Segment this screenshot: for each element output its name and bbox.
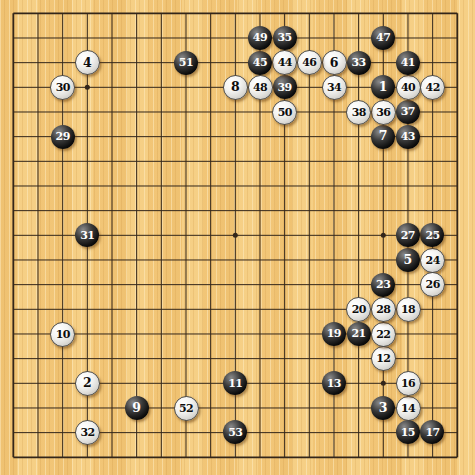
stone-black-51: 51 bbox=[174, 51, 198, 75]
stone-white-34: 34 bbox=[322, 75, 347, 100]
move-number: 14 bbox=[401, 402, 415, 413]
stone-black-49: 49 bbox=[248, 26, 272, 50]
stone-white-32: 32 bbox=[75, 420, 100, 445]
stone-black-19: 19 bbox=[322, 322, 346, 346]
move-number: 3 bbox=[379, 401, 388, 414]
move-number: 46 bbox=[302, 57, 316, 68]
stone-white-12: 12 bbox=[371, 346, 396, 371]
stone-white-38: 38 bbox=[346, 100, 371, 125]
move-number: 39 bbox=[277, 81, 291, 92]
move-number: 31 bbox=[80, 229, 94, 240]
stone-black-21: 21 bbox=[347, 322, 371, 346]
stone-white-22: 22 bbox=[371, 322, 396, 347]
move-number: 24 bbox=[426, 254, 440, 265]
stone-white-40: 40 bbox=[396, 75, 421, 100]
stone-black-45: 45 bbox=[248, 51, 272, 75]
stone-white-42: 42 bbox=[420, 75, 445, 100]
move-number: 28 bbox=[376, 303, 390, 314]
move-number: 2 bbox=[83, 377, 92, 390]
move-number: 22 bbox=[376, 328, 390, 339]
move-number: 1 bbox=[379, 81, 388, 94]
move-number: 16 bbox=[401, 377, 415, 388]
stone-black-15: 15 bbox=[396, 420, 420, 444]
stone-white-50: 50 bbox=[272, 100, 297, 125]
move-number: 11 bbox=[228, 377, 242, 388]
stone-black-3: 3 bbox=[371, 396, 395, 420]
stone-black-29: 29 bbox=[51, 125, 75, 149]
move-number: 20 bbox=[352, 303, 366, 314]
stone-white-46: 46 bbox=[297, 50, 322, 75]
stone-black-39: 39 bbox=[273, 75, 297, 99]
stone-black-31: 31 bbox=[75, 223, 99, 247]
move-number: 37 bbox=[401, 106, 415, 117]
stone-black-1: 1 bbox=[371, 75, 395, 99]
move-number: 35 bbox=[277, 32, 291, 43]
go-board[interactable]: 1234567891011121314151617181920212223242… bbox=[0, 0, 475, 475]
move-number: 49 bbox=[253, 32, 267, 43]
stone-black-41: 41 bbox=[396, 51, 420, 75]
move-number: 44 bbox=[278, 57, 292, 68]
stone-black-37: 37 bbox=[396, 100, 420, 124]
stone-white-16: 16 bbox=[396, 371, 421, 396]
stone-white-10: 10 bbox=[50, 322, 75, 347]
move-number: 30 bbox=[56, 81, 70, 92]
move-number: 38 bbox=[352, 106, 366, 117]
stone-black-9: 9 bbox=[125, 396, 149, 420]
move-number: 36 bbox=[376, 106, 390, 117]
stone-black-11: 11 bbox=[223, 371, 247, 395]
stone-black-47: 47 bbox=[371, 26, 395, 50]
stone-black-17: 17 bbox=[420, 420, 444, 444]
move-number: 13 bbox=[327, 377, 341, 388]
stone-black-13: 13 bbox=[322, 371, 346, 395]
move-number: 15 bbox=[401, 426, 415, 437]
move-number: 52 bbox=[179, 402, 193, 413]
move-number: 7 bbox=[379, 130, 388, 143]
move-number: 8 bbox=[231, 81, 240, 94]
move-number: 9 bbox=[132, 401, 141, 414]
move-number: 21 bbox=[351, 328, 365, 339]
move-number: 27 bbox=[401, 229, 415, 240]
stone-white-14: 14 bbox=[396, 396, 421, 421]
move-number: 26 bbox=[426, 279, 440, 290]
stone-black-27: 27 bbox=[396, 223, 420, 247]
move-number: 17 bbox=[425, 426, 439, 437]
move-number: 23 bbox=[376, 279, 390, 290]
stone-black-53: 53 bbox=[223, 420, 247, 444]
stone-black-35: 35 bbox=[273, 26, 297, 50]
stone-white-2: 2 bbox=[75, 371, 100, 396]
stone-white-30: 30 bbox=[50, 75, 75, 100]
move-number: 34 bbox=[327, 81, 341, 92]
move-number: 19 bbox=[327, 328, 341, 339]
move-number: 33 bbox=[351, 57, 365, 68]
stone-black-23: 23 bbox=[371, 273, 395, 297]
stone-white-48: 48 bbox=[248, 75, 273, 100]
stone-black-43: 43 bbox=[396, 125, 420, 149]
move-number: 45 bbox=[253, 57, 267, 68]
stone-white-36: 36 bbox=[371, 100, 396, 125]
move-number: 53 bbox=[228, 426, 242, 437]
stone-white-20: 20 bbox=[346, 297, 371, 322]
move-number: 42 bbox=[426, 81, 440, 92]
stone-white-44: 44 bbox=[272, 50, 297, 75]
stone-layer: 1234567891011121314151617181920212223242… bbox=[1, 1, 470, 470]
stone-white-24: 24 bbox=[420, 248, 445, 273]
move-number: 32 bbox=[80, 427, 94, 438]
stone-white-18: 18 bbox=[396, 297, 421, 322]
move-number: 6 bbox=[330, 56, 339, 69]
stone-white-52: 52 bbox=[174, 396, 199, 421]
stone-black-5: 5 bbox=[396, 248, 420, 272]
stone-white-6: 6 bbox=[322, 50, 347, 75]
move-number: 12 bbox=[376, 353, 390, 364]
move-number: 50 bbox=[278, 106, 292, 117]
move-number: 4 bbox=[83, 56, 92, 69]
move-number: 51 bbox=[179, 57, 193, 68]
stone-white-28: 28 bbox=[371, 297, 396, 322]
move-number: 41 bbox=[401, 57, 415, 68]
move-number: 10 bbox=[56, 328, 70, 339]
move-number: 48 bbox=[253, 81, 267, 92]
move-number: 40 bbox=[401, 81, 415, 92]
move-number: 5 bbox=[403, 253, 412, 266]
stone-black-25: 25 bbox=[420, 223, 444, 247]
move-number: 47 bbox=[376, 32, 390, 43]
move-number: 43 bbox=[401, 131, 415, 142]
move-number: 25 bbox=[425, 229, 439, 240]
move-number: 18 bbox=[401, 303, 415, 314]
stone-black-33: 33 bbox=[347, 51, 371, 75]
stone-white-4: 4 bbox=[75, 50, 100, 75]
stone-white-8: 8 bbox=[223, 75, 248, 100]
stone-black-7: 7 bbox=[371, 125, 395, 149]
move-number: 29 bbox=[56, 131, 70, 142]
stone-white-26: 26 bbox=[420, 272, 445, 297]
